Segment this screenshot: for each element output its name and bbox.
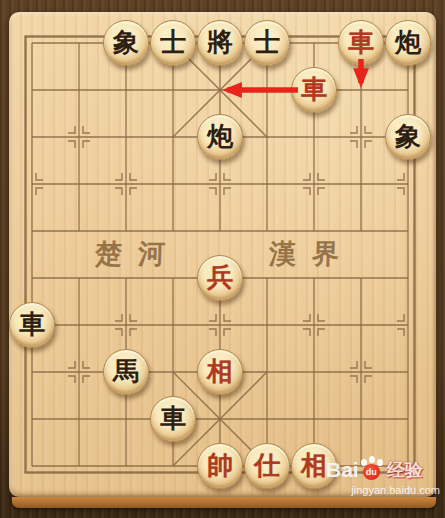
jingyan-logo-text: 经验 (387, 458, 423, 482)
baidu-jingyan-watermark: Bai du 经验 jingyan.baidu.com (326, 456, 442, 496)
piece-black-elephant[interactable]: 象 (103, 20, 149, 66)
baidu-paw-icon: du (360, 456, 384, 482)
piece-red-general[interactable]: 帥 (197, 443, 243, 489)
piece-red-soldier[interactable]: 兵 (197, 255, 243, 301)
piece-black-advisor[interactable]: 士 (150, 20, 196, 66)
piece-black-chariot[interactable]: 車 (150, 396, 196, 442)
piece-red-chariot[interactable]: 車 (338, 20, 384, 66)
piece-red-advisor[interactable]: 仕 (244, 443, 290, 489)
piece-black-cannon[interactable]: 炮 (385, 20, 431, 66)
piece-red-chariot[interactable]: 車 (291, 67, 337, 113)
piece-black-cannon[interactable]: 炮 (197, 114, 243, 160)
piece-black-advisor[interactable]: 士 (244, 20, 290, 66)
board-grid[interactable]: 象士將士車炮車炮象兵車馬相車帥仕相 (9, 20, 432, 490)
piece-black-chariot[interactable]: 車 (9, 302, 55, 348)
board-ledge (12, 497, 436, 508)
piece-red-elephant[interactable]: 相 (197, 349, 243, 395)
baidu-logo-text: Bai (326, 458, 359, 482)
piece-black-elephant[interactable]: 象 (385, 114, 431, 160)
piece-black-horse[interactable]: 馬 (103, 349, 149, 395)
xiangqi-app: 楚河 漢界 象士將士車炮車炮象兵車馬相車帥仕相 Bai du 经验 jingya… (0, 0, 445, 518)
watermark-url: jingyan.baidu.com (326, 484, 442, 496)
piece-black-general[interactable]: 將 (197, 20, 243, 66)
